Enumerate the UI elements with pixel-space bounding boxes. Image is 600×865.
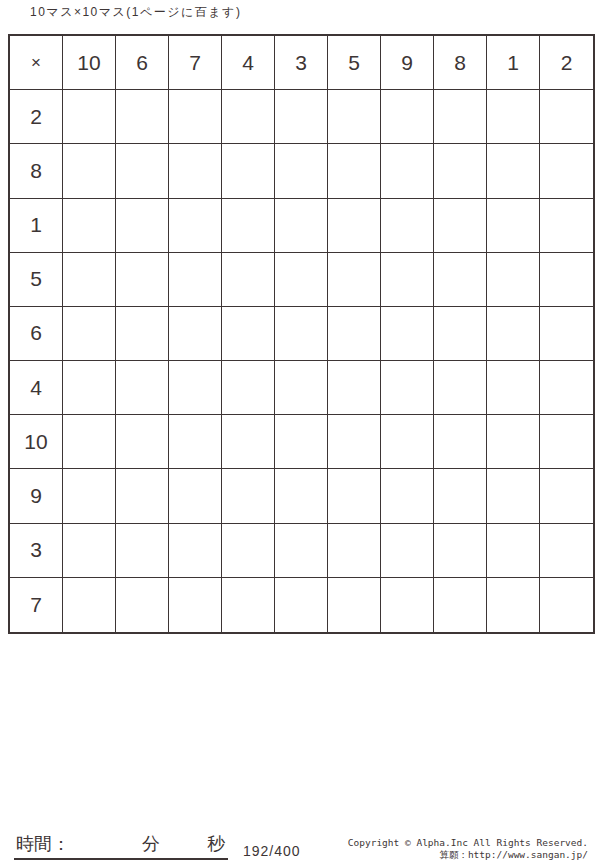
answer-cell-r2c8[interactable] [434,144,487,198]
answer-cell-r10c9[interactable] [487,578,540,632]
answer-cell-r5c2[interactable] [116,307,169,361]
column-header-1: 10 [63,36,116,90]
answer-cell-r3c2[interactable] [116,199,169,253]
answer-cell-r5c1[interactable] [63,307,116,361]
answer-cell-r7c4[interactable] [222,415,275,469]
answer-cell-r8c3[interactable] [169,469,222,523]
answer-cell-r7c3[interactable] [169,415,222,469]
answer-cell-r1c3[interactable] [169,90,222,144]
answer-cell-r1c1[interactable] [63,90,116,144]
column-header-10: 2 [540,36,593,90]
answer-cell-r3c10[interactable] [540,199,593,253]
answer-cell-r8c7[interactable] [381,469,434,523]
answer-cell-r7c7[interactable] [381,415,434,469]
site-credit-line: 算願：http://www.sangan.jp/ [348,849,588,861]
row-header-1: 2 [10,90,63,144]
row-header-10: 7 [10,578,63,632]
answer-cell-r8c1[interactable] [63,469,116,523]
column-header-8: 8 [434,36,487,90]
answer-cell-r9c9[interactable] [487,524,540,578]
answer-cell-r8c5[interactable] [275,469,328,523]
answer-cell-r9c5[interactable] [275,524,328,578]
answer-cell-r6c2[interactable] [116,361,169,415]
answer-cell-r10c6[interactable] [328,578,381,632]
answer-cell-r7c10[interactable] [540,415,593,469]
answer-cell-r4c10[interactable] [540,253,593,307]
answer-cell-r7c9[interactable] [487,415,540,469]
answer-cell-r9c1[interactable] [63,524,116,578]
answer-cell-r6c6[interactable] [328,361,381,415]
answer-cell-r5c4[interactable] [222,307,275,361]
answer-cell-r1c2[interactable] [116,90,169,144]
answer-cell-r6c8[interactable] [434,361,487,415]
column-header-5: 3 [275,36,328,90]
row-header-8: 9 [10,469,63,523]
answer-cell-r9c3[interactable] [169,524,222,578]
answer-cell-r5c9[interactable] [487,307,540,361]
answer-cell-r5c5[interactable] [275,307,328,361]
answer-cell-r8c9[interactable] [487,469,540,523]
answer-cell-r7c2[interactable] [116,415,169,469]
answer-cell-r2c4[interactable] [222,144,275,198]
column-header-9: 1 [487,36,540,90]
answer-cell-r7c6[interactable] [328,415,381,469]
answer-cell-r5c6[interactable] [328,307,381,361]
answer-cell-r3c5[interactable] [275,199,328,253]
answer-cell-r8c8[interactable] [434,469,487,523]
answer-cell-r3c4[interactable] [222,199,275,253]
answer-cell-r1c6[interactable] [328,90,381,144]
column-header-2: 6 [116,36,169,90]
answer-cell-r2c3[interactable] [169,144,222,198]
answer-cell-r4c6[interactable] [328,253,381,307]
answer-cell-r5c10[interactable] [540,307,593,361]
row-header-7: 10 [10,415,63,469]
answer-cell-r4c4[interactable] [222,253,275,307]
answer-cell-r9c6[interactable] [328,524,381,578]
answer-cell-r1c5[interactable] [275,90,328,144]
row-header-3: 1 [10,199,63,253]
page-title: 10マス×10マス(1ページに百ます) [30,4,241,21]
answer-cell-r1c10[interactable] [540,90,593,144]
answer-cell-r5c8[interactable] [434,307,487,361]
answer-cell-r1c4[interactable] [222,90,275,144]
answer-cell-r7c8[interactable] [434,415,487,469]
answer-cell-r8c4[interactable] [222,469,275,523]
answer-cell-r2c2[interactable] [116,144,169,198]
multiplication-grid: ×1067435981228156410937 [8,34,595,634]
column-header-6: 5 [328,36,381,90]
answer-cell-r2c7[interactable] [381,144,434,198]
row-header-9: 3 [10,524,63,578]
answer-cell-r3c1[interactable] [63,199,116,253]
row-header-5: 6 [10,307,63,361]
answer-cell-r5c3[interactable] [169,307,222,361]
answer-cell-r4c7[interactable] [381,253,434,307]
answer-cell-r3c8[interactable] [434,199,487,253]
seconds-label: 秒 [207,832,225,856]
answer-cell-r1c8[interactable] [434,90,487,144]
minutes-label: 分 [142,832,160,856]
answer-cell-r3c9[interactable] [487,199,540,253]
row-header-4: 5 [10,253,63,307]
answer-cell-r9c4[interactable] [222,524,275,578]
answer-cell-r2c10[interactable] [540,144,593,198]
answer-cell-r2c5[interactable] [275,144,328,198]
column-header-3: 7 [169,36,222,90]
sheet-counter: 192/400 [243,843,301,859]
answer-cell-r10c3[interactable] [169,578,222,632]
answer-cell-r4c3[interactable] [169,253,222,307]
answer-cell-r6c3[interactable] [169,361,222,415]
answer-cell-r10c5[interactable] [275,578,328,632]
answer-cell-r9c10[interactable] [540,524,593,578]
answer-cell-r3c6[interactable] [328,199,381,253]
answer-cell-r8c6[interactable] [328,469,381,523]
answer-cell-r4c2[interactable] [116,253,169,307]
answer-cell-r7c5[interactable] [275,415,328,469]
answer-cell-r2c6[interactable] [328,144,381,198]
answer-cell-r5c7[interactable] [381,307,434,361]
time-label: 時間： [16,832,70,856]
answer-cell-r7c1[interactable] [63,415,116,469]
answer-cell-r1c7[interactable] [381,90,434,144]
answer-cell-r6c4[interactable] [222,361,275,415]
answer-cell-r10c2[interactable] [116,578,169,632]
answer-cell-r10c1[interactable] [63,578,116,632]
corner-operator-cell: × [10,36,63,90]
answer-cell-r8c2[interactable] [116,469,169,523]
answer-cell-r1c9[interactable] [487,90,540,144]
answer-cell-r8c10[interactable] [540,469,593,523]
answer-cell-r10c8[interactable] [434,578,487,632]
time-entry-line: 時間： 分 秒 [14,834,228,860]
answer-cell-r6c9[interactable] [487,361,540,415]
answer-cell-r9c8[interactable] [434,524,487,578]
answer-cell-r3c7[interactable] [381,199,434,253]
answer-cell-r6c1[interactable] [63,361,116,415]
column-header-7: 9 [381,36,434,90]
answer-cell-r6c10[interactable] [540,361,593,415]
answer-cell-r4c8[interactable] [434,253,487,307]
answer-cell-r4c5[interactable] [275,253,328,307]
answer-cell-r2c1[interactable] [63,144,116,198]
copyright-notice: Copyright © Alpha.Inc All Rights Reserve… [348,837,588,861]
answer-cell-r9c7[interactable] [381,524,434,578]
answer-cell-r9c2[interactable] [116,524,169,578]
copyright-line: Copyright © Alpha.Inc All Rights Reserve… [348,837,588,849]
column-header-4: 4 [222,36,275,90]
answer-cell-r4c1[interactable] [63,253,116,307]
answer-cell-r4c9[interactable] [487,253,540,307]
answer-cell-r3c3[interactable] [169,199,222,253]
row-header-6: 4 [10,361,63,415]
answer-cell-r6c7[interactable] [381,361,434,415]
answer-cell-r10c4[interactable] [222,578,275,632]
answer-cell-r2c9[interactable] [487,144,540,198]
answer-cell-r10c10[interactable] [540,578,593,632]
answer-cell-r6c5[interactable] [275,361,328,415]
answer-cell-r10c7[interactable] [381,578,434,632]
row-header-2: 8 [10,144,63,198]
